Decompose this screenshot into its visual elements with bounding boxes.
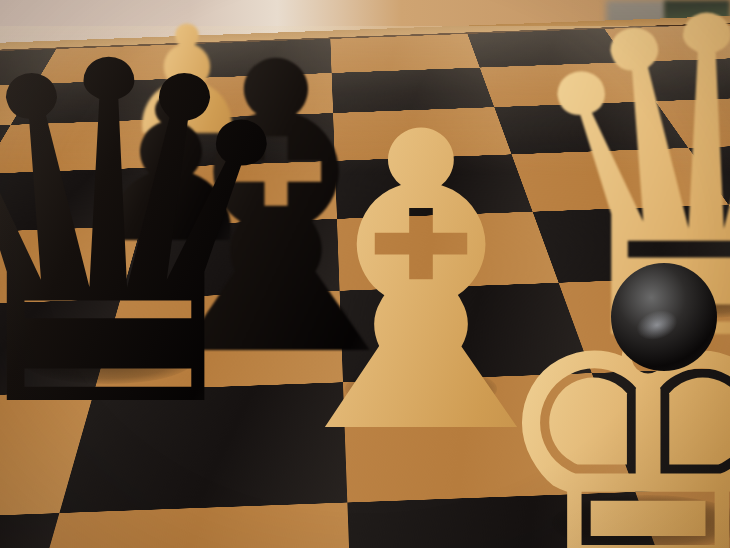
king-ball-finial [611, 263, 717, 371]
chess-photo-scene: ♟ ♟ ♛ ♝ ♝ ♛ ♚ [0, 0, 730, 548]
